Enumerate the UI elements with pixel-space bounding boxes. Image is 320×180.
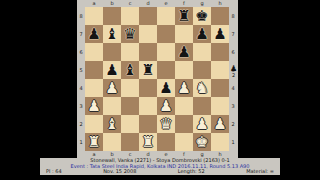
white-rook-a1: ♜ <box>85 133 103 151</box>
rank-label-3: 3 <box>229 97 237 115</box>
white-pawn-a3: ♟ <box>85 97 103 115</box>
file-label-a: a <box>85 0 103 7</box>
rank-label-2: 2 <box>77 115 85 133</box>
square-b7: ♝ <box>103 25 121 43</box>
square-f6: ♟ <box>175 43 193 61</box>
square-d7 <box>139 25 157 43</box>
info-field: Length: 52 <box>178 169 205 175</box>
rank-label-6: 6 <box>229 43 237 61</box>
square-e6 <box>157 43 175 61</box>
square-g8: ♚ <box>193 7 211 25</box>
square-e2: ♛ <box>157 115 175 133</box>
square-a4 <box>85 79 103 97</box>
black-rook-f8: ♜ <box>175 7 193 25</box>
file-label-f: f <box>175 0 193 7</box>
square-f5 <box>175 61 193 79</box>
black-pawn-b5: ♟ <box>103 61 121 79</box>
white-knight-g4: ♞ <box>193 79 211 97</box>
rank-label-7: 7 <box>77 25 85 43</box>
square-a6 <box>85 43 103 61</box>
square-f1 <box>175 133 193 151</box>
rank-label-4: 4 <box>229 79 237 97</box>
square-b8 <box>103 7 121 25</box>
square-f7 <box>175 25 193 43</box>
rank-label-3: 3 <box>77 97 85 115</box>
white-pawn-e3: ♟ <box>157 97 175 115</box>
square-e3: ♟ <box>157 97 175 115</box>
square-c7: ♛ <box>121 25 139 43</box>
rank-label-7: 7 <box>229 25 237 43</box>
square-a1: ♜ <box>85 133 103 151</box>
white-king-g1: ♚ <box>193 133 211 151</box>
square-g2: ♟ <box>193 115 211 133</box>
square-h5 <box>211 61 229 79</box>
square-b3 <box>103 97 121 115</box>
square-f3 <box>175 97 193 115</box>
white-rook-d1: ♜ <box>139 133 157 151</box>
black-pawn-g7: ♟ <box>193 25 211 43</box>
square-c4 <box>121 79 139 97</box>
square-d1: ♜ <box>139 133 157 151</box>
file-label-h: h <box>211 0 229 7</box>
black-pawn-a7: ♟ <box>85 25 103 43</box>
black-pawn-e4: ♟ <box>157 79 175 97</box>
file-labels-top: abcdefgh <box>85 0 238 7</box>
square-g4: ♞ <box>193 79 211 97</box>
square-c8 <box>121 7 139 25</box>
square-c6 <box>121 43 139 61</box>
square-c5: ♝ <box>121 61 139 79</box>
file-label-e: e <box>157 0 175 7</box>
square-d2 <box>139 115 157 133</box>
white-pawn-b4: ♟ <box>103 79 121 97</box>
square-d3 <box>139 97 157 115</box>
file-label-b: b <box>103 0 121 7</box>
info-field: Material: = <box>246 169 274 175</box>
square-d4 <box>139 79 157 97</box>
square-d5: ♜ <box>139 61 157 79</box>
white-pawn-f4: ♟ <box>175 79 193 97</box>
square-g3 <box>193 97 211 115</box>
rank-label-5: 5 <box>77 61 85 79</box>
event-line: Event : Tata Steel India Rapid, Kolkata … <box>40 164 280 170</box>
white-bishop-b2: ♝ <box>103 115 121 133</box>
square-b2: ♝ <box>103 115 121 133</box>
square-c1 <box>121 133 139 151</box>
rank-label-1: 1 <box>229 133 237 151</box>
rank-label-2: 2 <box>229 115 237 133</box>
square-g1: ♚ <box>193 133 211 151</box>
rank-label-1: 1 <box>77 133 85 151</box>
square-b6 <box>103 43 121 61</box>
file-label-g: g <box>193 0 211 7</box>
square-h3 <box>211 97 229 115</box>
square-b1 <box>103 133 121 151</box>
square-d8 <box>139 7 157 25</box>
square-f8: ♜ <box>175 7 193 25</box>
black-king-g8: ♚ <box>193 7 211 25</box>
square-h1 <box>211 133 229 151</box>
black-pawn-h7: ♟ <box>211 25 229 43</box>
material-count: 2 <box>229 73 238 78</box>
square-f2 <box>175 115 193 133</box>
black-pawn-f6: ♟ <box>175 43 193 61</box>
square-f4: ♟ <box>175 79 193 97</box>
file-label-c: c <box>121 0 139 7</box>
rank-label-6: 6 <box>77 43 85 61</box>
video-frame: abcdefgh 87654321 ♜♚♟♝♛♟♟♟♟♝♜♟♟♟♞♟♟♝♛♟♟♜… <box>0 0 320 180</box>
info-field: Pl : 64 <box>46 169 62 175</box>
black-rook-d5: ♜ <box>139 61 157 79</box>
square-a5 <box>85 61 103 79</box>
rank-labels-right: 87654321 <box>229 7 237 151</box>
square-h4 <box>211 79 229 97</box>
white-queen-e2: ♛ <box>157 115 175 133</box>
square-h8 <box>211 7 229 25</box>
square-h7: ♟ <box>211 25 229 43</box>
rank-label-4: 4 <box>77 79 85 97</box>
square-e7 <box>157 25 175 43</box>
square-h6 <box>211 43 229 61</box>
white-pawn-h2: ♟ <box>211 115 229 133</box>
square-d6 <box>139 43 157 61</box>
square-c3 <box>121 97 139 115</box>
rank-label-8: 8 <box>77 7 85 25</box>
black-queen-c7: ♛ <box>121 25 139 43</box>
game-info-panel: Stonewall, Vanka (2271) - Stoya Dombrovs… <box>40 158 280 175</box>
info-field: Nov. 15 2008 <box>103 169 136 175</box>
square-e5 <box>157 61 175 79</box>
square-a8 <box>85 7 103 25</box>
square-e1 <box>157 133 175 151</box>
square-h2: ♟ <box>211 115 229 133</box>
square-c2 <box>121 115 139 133</box>
square-b5: ♟ <box>103 61 121 79</box>
square-g6 <box>193 43 211 61</box>
square-e4: ♟ <box>157 79 175 97</box>
square-a7: ♟ <box>85 25 103 43</box>
square-a3: ♟ <box>85 97 103 115</box>
square-a2 <box>85 115 103 133</box>
material-indicator: ♟ 2 <box>229 64 238 78</box>
rank-labels-left: 87654321 <box>77 7 85 151</box>
square-g7: ♟ <box>193 25 211 43</box>
file-label-d: d <box>139 0 157 7</box>
square-b4: ♟ <box>103 79 121 97</box>
black-bishop-c5: ♝ <box>121 61 139 79</box>
rank-label-8: 8 <box>229 7 237 25</box>
info-line: Pl : 64Nov. 15 2008Length: 52Material: = <box>40 169 280 175</box>
square-e8 <box>157 7 175 25</box>
chess-board: ♜♚♟♝♛♟♟♟♟♝♜♟♟♟♞♟♟♝♛♟♟♜♜♚ <box>85 7 229 151</box>
black-bishop-b7: ♝ <box>103 25 121 43</box>
white-pawn-g2: ♟ <box>193 115 211 133</box>
chess-diagram: abcdefgh 87654321 ♜♚♟♝♛♟♟♟♟♝♜♟♟♟♞♟♟♝♛♟♟♜… <box>77 0 238 158</box>
square-g5 <box>193 61 211 79</box>
